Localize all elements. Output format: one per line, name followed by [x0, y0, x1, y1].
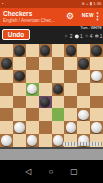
- white-man[interactable]: [27, 84, 38, 95]
- board-square-r5c5[interactable]: [64, 108, 77, 121]
- board-square-r2c4[interactable]: [52, 70, 65, 83]
- black-man[interactable]: [66, 45, 77, 56]
- black-man[interactable]: [78, 58, 89, 69]
- plus-icon: +: [86, 2, 88, 7]
- overflow-menu-icon[interactable]: ⋮: [93, 11, 102, 21]
- white-man[interactable]: [27, 135, 38, 146]
- board-square-r3c3[interactable]: [39, 83, 52, 96]
- board-square-r0c5[interactable]: [64, 44, 77, 57]
- board-square-r2c6[interactable]: [77, 70, 90, 83]
- board-square-r4c7[interactable]: [90, 96, 103, 109]
- phone-screen: ▪ ⊕ + ▮ 1:36 Checkers English / American…: [0, 0, 103, 183]
- black-man[interactable]: [14, 71, 25, 82]
- android-nav-bar: ◁ ○ ▢: [0, 160, 103, 183]
- white-man[interactable]: [66, 122, 77, 133]
- app-bar: Checkers English / American Chec... ⚙ NE…: [0, 8, 103, 26]
- black-man[interactable]: [1, 58, 12, 69]
- board-square-r4c3[interactable]: [39, 96, 52, 109]
- board-square-r1c4[interactable]: [52, 57, 65, 70]
- board-square-r0c4[interactable]: [52, 44, 65, 57]
- board-square-r0c6[interactable]: [77, 44, 90, 57]
- white-man[interactable]: [14, 122, 25, 133]
- recents-button[interactable]: ▢: [70, 168, 78, 176]
- app-title: Checkers: [3, 10, 32, 17]
- board-square-r3c1[interactable]: [13, 83, 26, 96]
- board-square-r7c2[interactable]: [26, 134, 39, 147]
- board-square-r5c2[interactable]: [26, 108, 39, 121]
- home-button[interactable]: ○: [48, 168, 53, 176]
- black-king-icon: [85, 34, 89, 38]
- white-man[interactable]: [78, 110, 89, 121]
- white-man[interactable]: [91, 122, 102, 133]
- battery-icon: ▮: [89, 2, 91, 7]
- control-bar: Undo Turn - WHITE 2 1 4 1: [0, 26, 103, 44]
- board-square-r1c6[interactable]: [77, 57, 90, 70]
- board-square-r6c3[interactable]: [39, 121, 52, 134]
- board-square-r4c4[interactable]: [52, 96, 65, 109]
- board-square-r5c7[interactable]: [90, 108, 103, 121]
- back-button[interactable]: ◁: [25, 168, 31, 176]
- board-square-r6c6[interactable]: [77, 121, 90, 134]
- board-square-r2c3[interactable]: [39, 70, 52, 83]
- black-man[interactable]: [14, 45, 25, 56]
- board-square-r0c2[interactable]: [26, 44, 39, 57]
- black-man[interactable]: [53, 84, 64, 95]
- board: [0, 44, 103, 147]
- board-square-r2c2[interactable]: [26, 70, 39, 83]
- board-square-r5c0[interactable]: [0, 108, 13, 121]
- black-man[interactable]: [40, 45, 51, 56]
- board-square-r4c0[interactable]: [0, 96, 13, 109]
- board-square-r2c0[interactable]: [0, 70, 13, 83]
- status-bar: ▪ ⊕ + ▮ 1:36: [0, 0, 103, 8]
- white-king-icon: [95, 34, 99, 38]
- board-square-r6c4[interactable]: [52, 121, 65, 134]
- turn-indicator: Turn - WHITE: [81, 26, 102, 30]
- board-square-r3c6[interactable]: [77, 83, 90, 96]
- board-square-r1c0[interactable]: [0, 57, 13, 70]
- undo-button[interactable]: Undo: [2, 29, 30, 40]
- white-man[interactable]: [1, 135, 12, 146]
- board-square-r0c3[interactable]: [39, 44, 52, 57]
- settings-gear-icon[interactable]: ⚙: [66, 11, 74, 21]
- board-square-r3c2[interactable]: [26, 83, 39, 96]
- black-king-count: 4: [89, 34, 92, 39]
- board-square-r0c7[interactable]: [90, 44, 103, 57]
- white-piece-count: 1: [80, 34, 83, 39]
- black-piece-count: 2: [69, 34, 72, 39]
- board-square-r3c0[interactable]: [0, 83, 13, 96]
- white-man[interactable]: [91, 71, 102, 82]
- board-square-r1c1[interactable]: [13, 57, 26, 70]
- board-square-r4c1[interactable]: [13, 96, 26, 109]
- board-square-r1c2[interactable]: [26, 57, 39, 70]
- board-square-r5c4[interactable]: [52, 108, 65, 121]
- board-square-r0c1[interactable]: [13, 44, 26, 57]
- board-square-r5c3[interactable]: [39, 108, 52, 121]
- black-man[interactable]: [40, 97, 51, 108]
- app-subtitle: English / American Chec...: [3, 18, 55, 22]
- board-square-r5c6[interactable]: [77, 108, 90, 121]
- board-square-r4c6[interactable]: [77, 96, 90, 109]
- board-square-r3c7[interactable]: [90, 83, 103, 96]
- board-square-r4c5[interactable]: [64, 96, 77, 109]
- black-piece-icon: [64, 34, 68, 38]
- board-square-r1c5[interactable]: [64, 57, 77, 70]
- status-time: 1:36: [93, 2, 101, 7]
- board-square-r0c0[interactable]: [0, 44, 13, 57]
- ad-strip: [0, 147, 103, 160]
- black-man[interactable]: [91, 45, 102, 56]
- board-square-r2c7[interactable]: [90, 70, 103, 83]
- board-square-r7c0[interactable]: [0, 134, 13, 147]
- board-square-r6c0[interactable]: [0, 121, 13, 134]
- board-square-r6c1[interactable]: [13, 121, 26, 134]
- capture-counters: 2 1 4 1: [64, 34, 102, 39]
- board-watermark: [62, 142, 102, 146]
- board-square-r6c5[interactable]: [64, 121, 77, 134]
- board-square-r3c4[interactable]: [52, 83, 65, 96]
- board-square-r7c3[interactable]: [39, 134, 52, 147]
- board-square-r1c7[interactable]: [90, 57, 103, 70]
- board-square-r4c2[interactable]: [26, 96, 39, 109]
- board-square-r6c7[interactable]: [90, 121, 103, 134]
- board-square-r3c5[interactable]: [64, 83, 77, 96]
- board-square-r5c1[interactable]: [13, 108, 26, 121]
- white-piece-icon: [74, 34, 78, 38]
- notification-icon: ▪: [2, 2, 3, 6]
- board-square-r2c5[interactable]: [64, 70, 77, 83]
- board-square-r2c1[interactable]: [13, 70, 26, 83]
- data-saver-icon: ⊕: [81, 2, 85, 7]
- board-square-r7c1[interactable]: [13, 134, 26, 147]
- board-square-r6c2[interactable]: [26, 121, 39, 134]
- white-king-count: 1: [99, 34, 102, 39]
- board-square-r1c3[interactable]: [39, 57, 52, 70]
